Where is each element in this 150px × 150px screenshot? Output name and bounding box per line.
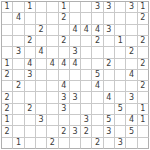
grid-cell-r2c4[interactable] (47, 25, 58, 36)
grid-cell-r0c8-clue-3[interactable]: 3 (92, 2, 103, 13)
grid-cell-r3c0[interactable] (2, 36, 13, 47)
grid-cell-r1c6[interactable] (70, 13, 81, 24)
grid-cell-r2c7-clue-4[interactable]: 4 (81, 25, 92, 36)
grid-cell-r5c6-clue-4[interactable]: 4 (70, 59, 81, 70)
grid-cell-r3c3[interactable] (36, 36, 47, 47)
grid-cell-r6c9[interactable] (104, 70, 115, 81)
grid-cell-r11c7-clue-2[interactable]: 2 (81, 126, 92, 137)
grid-cell-r9c3[interactable] (36, 104, 47, 115)
grid-cell-r12c8-clue-2[interactable]: 2 (92, 138, 103, 149)
grid-cell-r6c8-clue-5[interactable]: 5 (92, 70, 103, 81)
grid-cell-r5c1[interactable] (13, 59, 24, 70)
grid-cell-r8c0-clue-2[interactable]: 2 (2, 92, 13, 103)
grid-cell-r1c11[interactable] (126, 13, 137, 24)
grid-cell-r4c3-clue-4[interactable]: 4 (36, 47, 47, 58)
grid-cell-r10c4[interactable] (47, 115, 58, 126)
grid-cell-r4c6-clue-3[interactable]: 3 (70, 47, 81, 58)
grid-cell-r2c9-clue-3[interactable]: 3 (104, 25, 115, 36)
grid-cell-r4c9[interactable] (104, 47, 115, 58)
grid-cell-r7c9[interactable] (104, 81, 115, 92)
grid-cell-r6c11-clue-4[interactable]: 4 (126, 70, 137, 81)
grid-cell-r9c1[interactable] (13, 104, 24, 115)
grid-cell-r12c3[interactable] (36, 138, 47, 149)
grid-cell-r2c8-clue-4[interactable]: 4 (92, 25, 103, 36)
grid-cell-r0c5-clue-1[interactable]: 1 (59, 2, 70, 13)
grid-cell-r0c12-clue-1[interactable]: 1 (138, 2, 149, 13)
grid-cell-r8c9-clue-4[interactable]: 4 (104, 92, 115, 103)
grid-cell-r12c0[interactable] (2, 138, 13, 149)
grid-cell-r10c12-clue-1[interactable]: 1 (138, 115, 149, 126)
grid-cell-r2c12[interactable] (138, 25, 149, 36)
grid-cell-r7c2[interactable] (25, 81, 36, 92)
grid-cell-r4c12[interactable] (138, 47, 149, 58)
grid-cell-r7c4[interactable] (47, 81, 58, 92)
grid-cell-r5c0-clue-1[interactable]: 1 (2, 59, 13, 70)
puzzle-grid: 1113331422244432221234321444422235424422… (1, 1, 149, 149)
grid-cell-r7c12-clue-2[interactable]: 2 (138, 81, 149, 92)
grid-cell-r9c0-clue-2[interactable]: 2 (2, 104, 13, 115)
grid-cell-r7c3[interactable] (36, 81, 47, 92)
grid-cell-r6c6[interactable] (70, 70, 81, 81)
grid-cell-r10c8[interactable] (92, 115, 103, 126)
grid-cell-r11c9-clue-3[interactable]: 3 (104, 126, 115, 137)
grid-cell-r3c7[interactable] (81, 36, 92, 47)
grid-cell-r8c10[interactable] (115, 92, 126, 103)
grid-cell-r12c10-clue-3[interactable]: 3 (115, 138, 126, 149)
grid-cell-r10c6[interactable] (70, 115, 81, 126)
grid-cell-r1c12-clue-2[interactable]: 2 (138, 13, 149, 24)
grid-cell-r6c2-clue-3[interactable]: 3 (25, 70, 36, 81)
grid-cell-r4c2[interactable] (25, 47, 36, 58)
grid-cell-r3c8-clue-2[interactable]: 2 (92, 36, 103, 47)
grid-cell-r4c5[interactable] (59, 47, 70, 58)
grid-cell-r9c11[interactable] (126, 104, 137, 115)
grid-cell-r2c5[interactable] (59, 25, 70, 36)
grid-cell-r8c8[interactable] (92, 92, 103, 103)
grid-cell-r6c5[interactable] (59, 70, 70, 81)
grid-cell-r8c5-clue-3[interactable]: 3 (59, 92, 70, 103)
grid-cell-r9c7[interactable] (81, 104, 92, 115)
grid-cell-r5c9-clue-2[interactable]: 2 (104, 59, 115, 70)
grid-cell-r1c8[interactable] (92, 13, 103, 24)
grid-cell-r3c4[interactable] (47, 36, 58, 47)
grid-cell-r9c2-clue-2[interactable]: 2 (25, 104, 36, 115)
grid-cell-r1c3[interactable] (36, 13, 47, 24)
grid-cell-r11c5-clue-2[interactable]: 2 (59, 126, 70, 137)
grid-cell-r11c6-clue-3[interactable]: 3 (70, 126, 81, 137)
grid-cell-r1c9[interactable] (104, 13, 115, 24)
grid-cell-r1c4[interactable] (47, 13, 58, 24)
grid-cell-r5c3[interactable] (36, 59, 47, 70)
grid-cell-r4c8[interactable] (92, 47, 103, 58)
grid-cell-r10c11-clue-4[interactable]: 4 (126, 115, 137, 126)
grid-cell-r0c6[interactable] (70, 2, 81, 13)
grid-cell-r7c0[interactable] (2, 81, 13, 92)
grid-cell-r11c0-clue-2[interactable]: 2 (2, 126, 13, 137)
grid-cell-r4c4[interactable] (47, 47, 58, 58)
grid-cell-r6c0-clue-2[interactable]: 2 (2, 70, 13, 81)
grid-cell-r10c5[interactable] (59, 115, 70, 126)
grid-cell-r6c10[interactable] (115, 70, 126, 81)
grid-cell-r11c11-clue-5[interactable]: 5 (126, 126, 137, 137)
grid-cell-r0c11-clue-3[interactable]: 3 (126, 2, 137, 13)
grid-cell-r5c11[interactable] (126, 59, 137, 70)
grid-cell-r3c10-clue-1[interactable]: 1 (115, 36, 126, 47)
grid-cell-r7c11[interactable] (126, 81, 137, 92)
grid-cell-r2c1[interactable] (13, 25, 24, 36)
grid-cell-r3c11[interactable] (126, 36, 137, 47)
grid-cell-r1c7[interactable] (81, 13, 92, 24)
grid-cell-r2c11[interactable] (126, 25, 137, 36)
grid-cell-r9c9[interactable] (104, 104, 115, 115)
grid-cell-r10c3-clue-3[interactable]: 3 (36, 115, 47, 126)
grid-cell-r0c3[interactable] (36, 2, 47, 13)
grid-cell-r12c1-clue-1[interactable]: 1 (13, 138, 24, 149)
grid-cell-r1c5-clue-2[interactable]: 2 (59, 13, 70, 24)
grid-cell-r4c10[interactable] (115, 47, 126, 58)
grid-cell-r12c6[interactable] (70, 138, 81, 149)
grid-cell-r7c7[interactable] (81, 81, 92, 92)
grid-cell-r12c7[interactable] (81, 138, 92, 149)
grid-cell-r2c6-clue-4[interactable]: 4 (70, 25, 81, 36)
grid-cell-r11c12[interactable] (138, 126, 149, 137)
grid-cell-r8c12[interactable] (138, 92, 149, 103)
grid-cell-r10c9-clue-5[interactable]: 5 (104, 115, 115, 126)
grid-cell-r8c6-clue-3[interactable]: 3 (70, 92, 81, 103)
grid-cell-r1c0[interactable] (2, 13, 13, 24)
grid-cell-r5c10[interactable] (115, 59, 126, 70)
grid-cell-r0c4[interactable] (47, 2, 58, 13)
grid-cell-r10c10[interactable] (115, 115, 126, 126)
grid-cell-r8c7[interactable] (81, 92, 92, 103)
grid-cell-r5c2-clue-4[interactable]: 4 (25, 59, 36, 70)
grid-cell-r5c12-clue-2[interactable]: 2 (138, 59, 149, 70)
grid-cell-r8c2[interactable] (25, 92, 36, 103)
grid-cell-r4c11-clue-2[interactable]: 2 (126, 47, 137, 58)
grid-cell-r7c5-clue-4[interactable]: 4 (59, 81, 70, 92)
grid-cell-r10c0-clue-1[interactable]: 1 (2, 115, 13, 126)
grid-cell-r9c8[interactable] (92, 104, 103, 115)
grid-cell-r5c4-clue-4[interactable]: 4 (47, 59, 58, 70)
grid-cell-r3c6[interactable] (70, 36, 81, 47)
grid-cell-r2c10[interactable] (115, 25, 126, 36)
grid-cell-r4c1-clue-3[interactable]: 3 (13, 47, 24, 58)
grid-cell-r6c3[interactable] (36, 70, 47, 81)
grid-cell-r11c10[interactable] (115, 126, 126, 137)
grid-cell-r0c1[interactable] (13, 2, 24, 13)
grid-cell-r11c1[interactable] (13, 126, 24, 137)
grid-cell-r5c8[interactable] (92, 59, 103, 70)
grid-cell-r12c2[interactable] (25, 138, 36, 149)
grid-cell-r12c11[interactable] (126, 138, 137, 149)
grid-cell-r8c4[interactable] (47, 92, 58, 103)
grid-cell-r1c2[interactable] (25, 13, 36, 24)
grid-cell-r5c5-clue-4[interactable]: 4 (59, 59, 70, 70)
grid-cell-r0c2-clue-1[interactable]: 1 (25, 2, 36, 13)
grid-cell-r12c12[interactable] (138, 138, 149, 149)
grid-cell-r11c8[interactable] (92, 126, 103, 137)
grid-cell-r0c10[interactable] (115, 2, 126, 13)
grid-cell-r3c5-clue-2[interactable]: 2 (59, 36, 70, 47)
grid-cell-r7c6[interactable] (70, 81, 81, 92)
grid-cell-r11c2[interactable] (25, 126, 36, 137)
grid-cell-r10c2[interactable] (25, 115, 36, 126)
grid-cell-r6c7[interactable] (81, 70, 92, 81)
grid-cell-r7c8-clue-4[interactable]: 4 (92, 81, 103, 92)
grid-cell-r0c0-clue-1[interactable]: 1 (2, 2, 13, 13)
grid-cell-r9c10-clue-5[interactable]: 5 (115, 104, 126, 115)
grid-cell-r12c9[interactable] (104, 138, 115, 149)
grid-cell-r9c4[interactable] (47, 104, 58, 115)
grid-cell-r0c9-clue-3[interactable]: 3 (104, 2, 115, 13)
grid-cell-r6c1[interactable] (13, 70, 24, 81)
grid-cell-r6c12[interactable] (138, 70, 149, 81)
grid-cell-r9c6[interactable] (70, 104, 81, 115)
grid-cell-r3c2-clue-2[interactable]: 2 (25, 36, 36, 47)
grid-cell-r0c7[interactable] (81, 2, 92, 13)
grid-cell-r7c1-clue-2[interactable]: 2 (13, 81, 24, 92)
grid-cell-r4c0[interactable] (2, 47, 13, 58)
grid-cell-r9c12-clue-1[interactable]: 1 (138, 104, 149, 115)
grid-cell-r3c12-clue-2[interactable]: 2 (138, 36, 149, 47)
grid-cell-r11c3[interactable] (36, 126, 47, 137)
grid-cell-r2c3-clue-2[interactable]: 2 (36, 25, 47, 36)
grid-cell-r11c4[interactable] (47, 126, 58, 137)
grid-cell-r8c11-clue-3[interactable]: 3 (126, 92, 137, 103)
grid-cell-r3c1[interactable] (13, 36, 24, 47)
grid-cell-r1c1-clue-4[interactable]: 4 (13, 13, 24, 24)
grid-cell-r2c0[interactable] (2, 25, 13, 36)
grid-cell-r7c10[interactable] (115, 81, 126, 92)
grid-cell-r1c10[interactable] (115, 13, 126, 24)
grid-cell-r3c9[interactable] (104, 36, 115, 47)
grid-cell-r4c7[interactable] (81, 47, 92, 58)
grid-cell-r8c1[interactable] (13, 92, 24, 103)
grid-cell-r12c5[interactable] (59, 138, 70, 149)
grid-cell-r9c5-clue-3[interactable]: 3 (59, 104, 70, 115)
grid-cell-r10c7-clue-3[interactable]: 3 (81, 115, 92, 126)
grid-cell-r10c1[interactable] (13, 115, 24, 126)
grid-cell-r2c2[interactable] (25, 25, 36, 36)
grid-cell-r6c4[interactable] (47, 70, 58, 81)
grid-cell-r8c3[interactable] (36, 92, 47, 103)
grid-cell-r12c4-clue-2[interactable]: 2 (47, 138, 58, 149)
grid-cell-r5c7[interactable] (81, 59, 92, 70)
